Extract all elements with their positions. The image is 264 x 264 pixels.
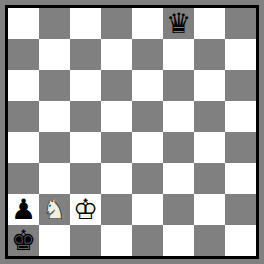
square-c3[interactable]	[70, 163, 101, 194]
square-c8[interactable]	[70, 8, 101, 39]
square-e3[interactable]	[132, 163, 163, 194]
square-f8[interactable]: ♛	[163, 8, 194, 39]
square-g1[interactable]	[194, 225, 225, 256]
square-e8[interactable]	[132, 8, 163, 39]
square-h8[interactable]	[225, 8, 256, 39]
square-a5[interactable]	[8, 101, 39, 132]
black-king: ♚	[8, 225, 39, 256]
square-f5[interactable]	[163, 101, 194, 132]
square-g3[interactable]	[194, 163, 225, 194]
square-d8[interactable]	[101, 8, 132, 39]
black-queen: ♛	[163, 8, 194, 39]
square-g2[interactable]	[194, 194, 225, 225]
square-d1[interactable]	[101, 225, 132, 256]
square-e4[interactable]	[132, 132, 163, 163]
square-c5[interactable]	[70, 101, 101, 132]
square-g5[interactable]	[194, 101, 225, 132]
square-g7[interactable]	[194, 39, 225, 70]
square-e7[interactable]	[132, 39, 163, 70]
square-d4[interactable]	[101, 132, 132, 163]
square-a6[interactable]	[8, 70, 39, 101]
square-e5[interactable]	[132, 101, 163, 132]
square-f4[interactable]	[163, 132, 194, 163]
white-knight-fill: ♞	[39, 194, 70, 225]
square-f6[interactable]	[163, 70, 194, 101]
square-b6[interactable]	[39, 70, 70, 101]
square-h3[interactable]	[225, 163, 256, 194]
square-a8[interactable]	[8, 8, 39, 39]
square-b7[interactable]	[39, 39, 70, 70]
square-d2[interactable]	[101, 194, 132, 225]
square-e6[interactable]	[132, 70, 163, 101]
square-a2[interactable]: ♟	[8, 194, 39, 225]
square-a7[interactable]	[8, 39, 39, 70]
chess-diagram: ♛♟♞♘♚♔♚	[0, 0, 264, 264]
square-b4[interactable]	[39, 132, 70, 163]
square-f2[interactable]	[163, 194, 194, 225]
square-b1[interactable]	[39, 225, 70, 256]
square-a4[interactable]	[8, 132, 39, 163]
square-b5[interactable]	[39, 101, 70, 132]
square-g6[interactable]	[194, 70, 225, 101]
square-c2[interactable]: ♚♔	[70, 194, 101, 225]
square-g4[interactable]	[194, 132, 225, 163]
square-c7[interactable]	[70, 39, 101, 70]
square-c1[interactable]	[70, 225, 101, 256]
square-d6[interactable]	[101, 70, 132, 101]
white-king-fill: ♚	[70, 194, 101, 225]
square-d5[interactable]	[101, 101, 132, 132]
square-b3[interactable]	[39, 163, 70, 194]
chess-board: ♛♟♞♘♚♔♚	[5, 5, 259, 259]
square-f3[interactable]	[163, 163, 194, 194]
square-b8[interactable]	[39, 8, 70, 39]
square-f1[interactable]	[163, 225, 194, 256]
square-h7[interactable]	[225, 39, 256, 70]
square-g8[interactable]	[194, 8, 225, 39]
square-h2[interactable]	[225, 194, 256, 225]
square-d3[interactable]	[101, 163, 132, 194]
white-knight: ♘	[39, 194, 70, 225]
black-pawn: ♟	[8, 194, 39, 225]
square-h1[interactable]	[225, 225, 256, 256]
square-f7[interactable]	[163, 39, 194, 70]
square-a3[interactable]	[8, 163, 39, 194]
square-h4[interactable]	[225, 132, 256, 163]
square-a1[interactable]: ♚	[8, 225, 39, 256]
square-c4[interactable]	[70, 132, 101, 163]
square-c6[interactable]	[70, 70, 101, 101]
square-h5[interactable]	[225, 101, 256, 132]
square-h6[interactable]	[225, 70, 256, 101]
square-e2[interactable]	[132, 194, 163, 225]
square-b2[interactable]: ♞♘	[39, 194, 70, 225]
square-d7[interactable]	[101, 39, 132, 70]
white-king: ♔	[70, 194, 101, 225]
square-e1[interactable]	[132, 225, 163, 256]
